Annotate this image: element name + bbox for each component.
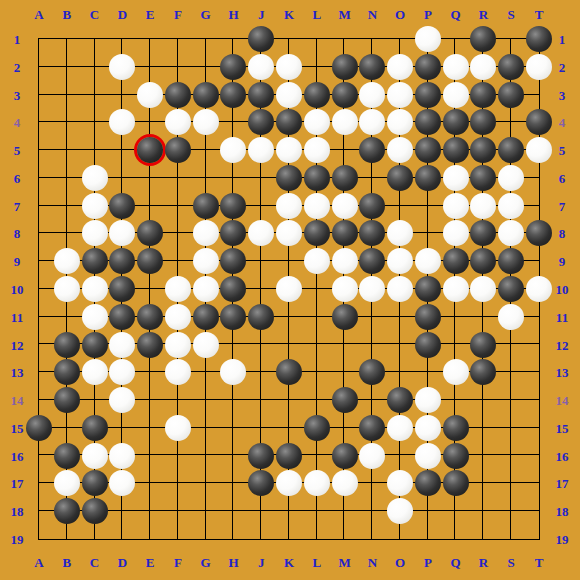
row-label-right-4: 4 [559,116,566,129]
column-label-bottom-T: T [535,556,544,569]
column-label-bottom-G: G [201,556,211,569]
stone-F13[interactable] [165,359,191,385]
stone-Q10[interactable] [443,276,469,302]
grid-cell [289,511,317,539]
stone-H2[interactable] [220,54,246,80]
stone-K10[interactable] [276,276,302,302]
row-label-left-12: 12 [11,338,24,351]
stone-R13[interactable] [470,359,496,385]
stone-B10[interactable] [54,276,80,302]
go-board[interactable] [39,39,539,539]
stone-F4[interactable] [165,109,191,135]
stone-T10[interactable] [526,276,552,302]
stone-Q2[interactable] [443,54,469,80]
stone-O9[interactable] [387,248,413,274]
grid-cell [206,511,234,539]
grid-cell [511,344,539,372]
stone-O5[interactable] [387,137,413,163]
row-label-right-15: 15 [556,421,569,434]
stone-K2[interactable] [276,54,302,80]
grid-cell [39,150,67,178]
stone-M3[interactable] [332,82,358,108]
grid-cell [483,455,511,483]
stone-Q3[interactable] [443,82,469,108]
grid-cell [178,483,206,511]
grid-cell [261,400,289,428]
grid-cell [483,400,511,428]
stone-H5[interactable] [220,137,246,163]
stone-O8[interactable] [387,220,413,246]
row-label-left-2: 2 [14,60,21,73]
row-label-left-3: 3 [14,88,21,101]
stone-P9[interactable] [415,248,441,274]
stone-H3[interactable] [220,82,246,108]
stone-N9[interactable] [359,248,385,274]
stone-G4[interactable] [193,109,219,135]
stone-G9[interactable] [193,248,219,274]
stone-S7[interactable] [498,193,524,219]
column-label-top-E: E [146,8,155,21]
stone-R9[interactable] [470,248,496,274]
grid-cell [178,455,206,483]
row-label-left-15: 15 [11,421,24,434]
row-label-right-9: 9 [559,255,566,268]
grid-cell [511,428,539,456]
column-label-bottom-R: R [479,556,488,569]
stone-K13[interactable] [276,359,302,385]
stone-O6[interactable] [387,165,413,191]
stone-N5[interactable] [359,137,385,163]
column-label-bottom-E: E [146,556,155,569]
grid-cell [511,511,539,539]
stone-J11[interactable] [248,304,274,330]
stone-S10[interactable] [498,276,524,302]
row-label-right-8: 8 [559,227,566,240]
column-label-top-S: S [508,8,515,21]
stone-P4[interactable] [415,109,441,135]
stone-Q13[interactable] [443,359,469,385]
stone-H7[interactable] [220,193,246,219]
grid-cell [150,178,178,206]
stone-B18[interactable] [54,498,80,524]
stone-R1[interactable] [470,26,496,52]
stone-J16[interactable] [248,443,274,469]
stone-N7[interactable] [359,193,385,219]
stone-E3[interactable] [137,82,163,108]
stone-R3[interactable] [470,82,496,108]
grid-cell [39,67,67,95]
grid-cell [511,455,539,483]
stone-M14[interactable] [332,387,358,413]
grid-cell [344,511,372,539]
stone-S6[interactable] [498,165,524,191]
row-label-right-3: 3 [559,88,566,101]
stone-H9[interactable] [220,248,246,274]
column-label-top-H: H [228,8,238,21]
stone-C15[interactable] [82,415,108,441]
stone-L7[interactable] [304,193,330,219]
column-label-top-D: D [118,8,127,21]
stone-M2[interactable] [332,54,358,80]
grid-cell [67,95,95,123]
row-label-right-18: 18 [556,505,569,518]
stone-O2[interactable] [387,54,413,80]
row-label-left-4: 4 [14,116,21,129]
grid-cell [39,206,67,234]
stone-P14[interactable] [415,387,441,413]
stone-B13[interactable] [54,359,80,385]
column-label-top-K: K [284,8,294,21]
stone-B14[interactable] [54,387,80,413]
column-label-top-G: G [201,8,211,21]
stone-P12[interactable] [415,332,441,358]
stone-K6[interactable] [276,165,302,191]
grid-cell [317,511,345,539]
stone-R6[interactable] [470,165,496,191]
row-label-right-17: 17 [556,477,569,490]
column-label-bottom-F: F [174,556,182,569]
stone-S8[interactable] [498,220,524,246]
column-label-bottom-S: S [508,556,515,569]
stone-T2[interactable] [526,54,552,80]
column-label-bottom-K: K [284,556,294,569]
stone-Q4[interactable] [443,109,469,135]
stone-J2[interactable] [248,54,274,80]
column-label-bottom-M: M [338,556,350,569]
stone-J4[interactable] [248,109,274,135]
stone-F3[interactable] [165,82,191,108]
stone-L17[interactable] [304,470,330,496]
stone-N13[interactable] [359,359,385,385]
stone-Q8[interactable] [443,220,469,246]
grid-cell [483,511,511,539]
stone-N2[interactable] [359,54,385,80]
stone-C7[interactable] [82,193,108,219]
grid-cell [233,400,261,428]
stone-Q6[interactable] [443,165,469,191]
stone-M6[interactable] [332,165,358,191]
stone-D12[interactable] [109,332,135,358]
column-label-top-A: A [34,8,43,21]
grid-cell [206,455,234,483]
grid-cell [233,511,261,539]
column-label-top-M: M [338,8,350,21]
stone-C16[interactable] [82,443,108,469]
column-label-bottom-P: P [424,556,432,569]
grid-cell [372,317,400,345]
stone-G11[interactable] [193,304,219,330]
stone-P6[interactable] [415,165,441,191]
grid-cell [150,483,178,511]
stone-E8[interactable] [137,220,163,246]
row-label-right-12: 12 [556,338,569,351]
stone-P3[interactable] [415,82,441,108]
stone-L6[interactable] [304,165,330,191]
stone-T1[interactable] [526,26,552,52]
grid-cell [511,400,539,428]
stone-M4[interactable] [332,109,358,135]
stone-P16[interactable] [415,443,441,469]
stone-T4[interactable] [526,109,552,135]
stone-O4[interactable] [387,109,413,135]
stone-K16[interactable] [276,443,302,469]
column-label-bottom-O: O [395,556,405,569]
column-label-bottom-Q: Q [451,556,461,569]
grid-cell [483,428,511,456]
grid-cell [67,67,95,95]
stone-P1[interactable] [415,26,441,52]
stone-D11[interactable] [109,304,135,330]
column-label-top-C: C [90,8,99,21]
stone-M9[interactable] [332,248,358,274]
stone-P10[interactable] [415,276,441,302]
stone-D2[interactable] [109,54,135,80]
grid-cell [67,39,95,67]
stone-M10[interactable] [332,276,358,302]
stone-D17[interactable] [109,470,135,496]
stone-L4[interactable] [304,109,330,135]
stone-N4[interactable] [359,109,385,135]
stone-D4[interactable] [109,109,135,135]
row-label-right-1: 1 [559,33,566,46]
grid-cell [206,428,234,456]
grid-cell [150,511,178,539]
column-label-bottom-N: N [368,556,377,569]
stone-C9[interactable] [82,248,108,274]
row-label-right-10: 10 [556,283,569,296]
stone-J3[interactable] [248,82,274,108]
stone-Q17[interactable] [443,470,469,496]
stone-C10[interactable] [82,276,108,302]
row-label-right-6: 6 [559,171,566,184]
stone-B9[interactable] [54,248,80,274]
stone-J5[interactable] [248,137,274,163]
stone-M16[interactable] [332,443,358,469]
stone-O10[interactable] [387,276,413,302]
stone-D14[interactable] [109,387,135,413]
stone-P15[interactable] [415,415,441,441]
last-move-stone-E5[interactable] [137,137,163,163]
stone-M8[interactable] [332,220,358,246]
stone-K8[interactable] [276,220,302,246]
row-label-left-6: 6 [14,171,21,184]
stone-F5[interactable] [165,137,191,163]
grid-cell [261,511,289,539]
stone-D16[interactable] [109,443,135,469]
stone-M17[interactable] [332,470,358,496]
row-label-left-18: 18 [11,505,24,518]
grid-cell [206,483,234,511]
stone-Q5[interactable] [443,137,469,163]
stone-F12[interactable] [165,332,191,358]
stone-B12[interactable] [54,332,80,358]
stone-R10[interactable] [470,276,496,302]
stone-F10[interactable] [165,276,191,302]
stone-L3[interactable] [304,82,330,108]
stone-E12[interactable] [137,332,163,358]
stone-L5[interactable] [304,137,330,163]
row-label-right-14: 14 [556,394,569,407]
row-label-right-19: 19 [556,533,569,546]
column-label-top-B: B [62,8,71,21]
stone-R5[interactable] [470,137,496,163]
grid-cell [206,400,234,428]
stone-B16[interactable] [54,443,80,469]
grid-cell [39,178,67,206]
stone-H11[interactable] [220,304,246,330]
stone-S5[interactable] [498,137,524,163]
stone-D13[interactable] [109,359,135,385]
stone-H13[interactable] [220,359,246,385]
stone-R8[interactable] [470,220,496,246]
stone-N8[interactable] [359,220,385,246]
grid-cell [67,122,95,150]
stone-C18[interactable] [82,498,108,524]
stone-J17[interactable] [248,470,274,496]
grid-cell [39,122,67,150]
grid-cell [483,483,511,511]
stone-S2[interactable] [498,54,524,80]
go-board-app: ABCDEFGHJKLMNOPQRST ABCDEFGHJKLMNOPQRST … [0,0,580,580]
stone-K5[interactable] [276,137,302,163]
stone-L9[interactable] [304,248,330,274]
stone-T8[interactable] [526,220,552,246]
column-label-top-Q: Q [451,8,461,21]
grid-cell [150,455,178,483]
stone-P5[interactable] [415,137,441,163]
stone-D7[interactable] [109,193,135,219]
stone-K4[interactable] [276,109,302,135]
grid-cell [39,95,67,123]
row-label-right-2: 2 [559,60,566,73]
stone-C12[interactable] [82,332,108,358]
stone-D9[interactable] [109,248,135,274]
row-label-left-13: 13 [11,366,24,379]
stone-P2[interactable] [415,54,441,80]
column-label-top-T: T [535,8,544,21]
column-label-top-N: N [368,8,377,21]
stone-R4[interactable] [470,109,496,135]
row-label-right-7: 7 [559,199,566,212]
stone-C13[interactable] [82,359,108,385]
stone-G3[interactable] [193,82,219,108]
row-label-left-7: 7 [14,199,21,212]
stone-D8[interactable] [109,220,135,246]
stone-Q7[interactable] [443,193,469,219]
stone-O17[interactable] [387,470,413,496]
stone-K3[interactable] [276,82,302,108]
grid-cell [289,317,317,345]
stone-E9[interactable] [137,248,163,274]
column-label-bottom-J: J [258,556,265,569]
stone-O3[interactable] [387,82,413,108]
stone-K17[interactable] [276,470,302,496]
stone-L15[interactable] [304,415,330,441]
stone-C11[interactable] [82,304,108,330]
row-label-right-16: 16 [556,449,569,462]
grid-cell [455,511,483,539]
column-label-top-O: O [395,8,405,21]
stone-T5[interactable] [526,137,552,163]
stone-G10[interactable] [193,276,219,302]
row-label-left-9: 9 [14,255,21,268]
row-label-right-11: 11 [556,310,568,323]
stone-Q16[interactable] [443,443,469,469]
stone-M11[interactable] [332,304,358,330]
stone-L8[interactable] [304,220,330,246]
stone-N15[interactable] [359,415,385,441]
stone-J8[interactable] [248,220,274,246]
stone-O15[interactable] [387,415,413,441]
stone-G8[interactable] [193,220,219,246]
grid-cell [150,39,178,67]
stone-R7[interactable] [470,193,496,219]
column-label-top-R: R [479,8,488,21]
stone-O18[interactable] [387,498,413,524]
stone-J1[interactable] [248,26,274,52]
stone-R12[interactable] [470,332,496,358]
stone-C8[interactable] [82,220,108,246]
stone-S11[interactable] [498,304,524,330]
stone-F11[interactable] [165,304,191,330]
column-label-top-J: J [258,8,265,21]
stone-B17[interactable] [54,470,80,496]
stone-N10[interactable] [359,276,385,302]
grid-cell [428,511,456,539]
stone-P11[interactable] [415,304,441,330]
grid-cell [39,39,67,67]
row-label-left-19: 19 [11,533,24,546]
stone-C17[interactable] [82,470,108,496]
stone-D10[interactable] [109,276,135,302]
stone-C6[interactable] [82,165,108,191]
stone-E11[interactable] [137,304,163,330]
grid-cell [511,483,539,511]
row-label-left-11: 11 [11,310,23,323]
stone-G7[interactable] [193,193,219,219]
stone-F15[interactable] [165,415,191,441]
stone-N16[interactable] [359,443,385,469]
stone-Q9[interactable] [443,248,469,274]
grid-cell [317,344,345,372]
column-label-top-L: L [312,8,321,21]
stone-S3[interactable] [498,82,524,108]
stone-A15[interactable] [26,415,52,441]
stone-O14[interactable] [387,387,413,413]
stone-R2[interactable] [470,54,496,80]
column-label-bottom-A: A [34,556,43,569]
stone-Q15[interactable] [443,415,469,441]
grid-cell [178,511,206,539]
stone-G12[interactable] [193,332,219,358]
stone-S9[interactable] [498,248,524,274]
row-label-left-14: 14 [11,394,24,407]
row-label-left-10: 10 [11,283,24,296]
column-label-bottom-B: B [62,556,71,569]
stone-H8[interactable] [220,220,246,246]
stone-M7[interactable] [332,193,358,219]
row-label-left-5: 5 [14,144,21,157]
row-label-left-8: 8 [14,227,21,240]
column-label-bottom-D: D [118,556,127,569]
stone-H10[interactable] [220,276,246,302]
row-label-left-1: 1 [14,33,21,46]
stone-P17[interactable] [415,470,441,496]
stone-N3[interactable] [359,82,385,108]
column-label-top-P: P [424,8,432,21]
stone-K7[interactable] [276,193,302,219]
row-label-left-17: 17 [11,477,24,490]
